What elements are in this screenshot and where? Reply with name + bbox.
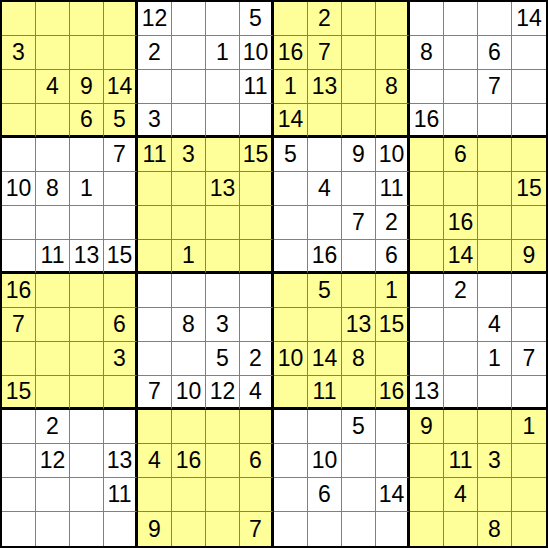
- cell-r6c6[interactable]: [172, 172, 206, 206]
- cell-r15c2[interactable]: [36, 478, 70, 512]
- cell-r14c3[interactable]: [70, 444, 104, 478]
- cell-r13c11[interactable]: 5: [342, 410, 376, 444]
- cell-r2c2[interactable]: [36, 36, 70, 70]
- cell-r6c15[interactable]: [478, 172, 512, 206]
- cell-r16c7[interactable]: [206, 512, 240, 546]
- cell-r1c11[interactable]: [342, 2, 376, 36]
- cell-r13c9[interactable]: [274, 410, 308, 444]
- cell-r6c4[interactable]: [104, 172, 138, 206]
- cell-r13c6[interactable]: [172, 410, 206, 444]
- cell-r1c1[interactable]: [2, 2, 36, 36]
- cell-r5c1[interactable]: [2, 138, 36, 172]
- cell-r3c12[interactable]: 8: [376, 70, 410, 104]
- cell-r15c11[interactable]: [342, 478, 376, 512]
- cell-r8c3[interactable]: 13: [70, 240, 104, 274]
- cell-r12c5[interactable]: 7: [138, 376, 172, 410]
- cell-r16c12[interactable]: [376, 512, 410, 546]
- cell-r12c2[interactable]: [36, 376, 70, 410]
- cell-r11c1[interactable]: [2, 342, 36, 376]
- cell-r3c9[interactable]: 1: [274, 70, 308, 104]
- cell-r4c2[interactable]: [36, 104, 70, 138]
- cell-r1c15[interactable]: [478, 2, 512, 36]
- cell-r6c2[interactable]: 8: [36, 172, 70, 206]
- cell-r13c3[interactable]: [70, 410, 104, 444]
- cell-r3c5[interactable]: [138, 70, 172, 104]
- cell-r8c8[interactable]: [240, 240, 274, 274]
- cell-r5c3[interactable]: [70, 138, 104, 172]
- cell-r11c10[interactable]: 14: [308, 342, 342, 376]
- cell-r5c7[interactable]: [206, 138, 240, 172]
- cell-r13c12[interactable]: [376, 410, 410, 444]
- cell-r14c8[interactable]: 6: [240, 444, 274, 478]
- cell-r5c11[interactable]: 9: [342, 138, 376, 172]
- cell-r16c1[interactable]: [2, 512, 36, 546]
- cell-r15c16[interactable]: [512, 478, 546, 512]
- cell-r16c11[interactable]: [342, 512, 376, 546]
- cell-r8c2[interactable]: 11: [36, 240, 70, 274]
- cell-r1c5[interactable]: 12: [138, 2, 172, 36]
- cell-r14c14[interactable]: 11: [444, 444, 478, 478]
- cell-r7c3[interactable]: [70, 206, 104, 240]
- cell-r3c15[interactable]: 7: [478, 70, 512, 104]
- cell-r16c2[interactable]: [36, 512, 70, 546]
- cell-r3c4[interactable]: 14: [104, 70, 138, 104]
- cell-r1c10[interactable]: 2: [308, 2, 342, 36]
- cell-r7c11[interactable]: 7: [342, 206, 376, 240]
- cell-r14c5[interactable]: 4: [138, 444, 172, 478]
- cell-r6c11[interactable]: [342, 172, 376, 206]
- cell-r11c12[interactable]: [376, 342, 410, 376]
- cell-r13c5[interactable]: [138, 410, 172, 444]
- cell-r3c11[interactable]: [342, 70, 376, 104]
- cell-r4c6[interactable]: [172, 104, 206, 138]
- cell-r8c10[interactable]: 16: [308, 240, 342, 274]
- cell-r6c10[interactable]: 4: [308, 172, 342, 206]
- cell-r16c8[interactable]: 7: [240, 512, 274, 546]
- cell-r12c4[interactable]: [104, 376, 138, 410]
- cell-r12c14[interactable]: [444, 376, 478, 410]
- cell-r13c14[interactable]: [444, 410, 478, 444]
- cell-r8c12[interactable]: 6: [376, 240, 410, 274]
- cell-r14c15[interactable]: 3: [478, 444, 512, 478]
- cell-r2c6[interactable]: [172, 36, 206, 70]
- cell-r10c4[interactable]: 6: [104, 308, 138, 342]
- cell-r1c14[interactable]: [444, 2, 478, 36]
- cell-r9c13[interactable]: [410, 274, 444, 308]
- cell-r9c8[interactable]: [240, 274, 274, 308]
- cell-r7c6[interactable]: [172, 206, 206, 240]
- cell-r10c3[interactable]: [70, 308, 104, 342]
- cell-r15c5[interactable]: [138, 478, 172, 512]
- cell-r13c2[interactable]: 2: [36, 410, 70, 444]
- cell-r2c13[interactable]: 8: [410, 36, 444, 70]
- cell-r6c7[interactable]: 13: [206, 172, 240, 206]
- cell-r8c14[interactable]: 14: [444, 240, 478, 274]
- cell-r14c12[interactable]: [376, 444, 410, 478]
- cell-r13c7[interactable]: [206, 410, 240, 444]
- cell-r12c6[interactable]: 10: [172, 376, 206, 410]
- cell-r4c10[interactable]: [308, 104, 342, 138]
- cell-r4c7[interactable]: [206, 104, 240, 138]
- cell-r4c9[interactable]: 14: [274, 104, 308, 138]
- cell-r16c10[interactable]: [308, 512, 342, 546]
- cell-r7c16[interactable]: [512, 206, 546, 240]
- cell-r5c9[interactable]: 5: [274, 138, 308, 172]
- cell-r9c3[interactable]: [70, 274, 104, 308]
- cell-r9c12[interactable]: 1: [376, 274, 410, 308]
- cell-r16c9[interactable]: [274, 512, 308, 546]
- cell-r6c16[interactable]: 15: [512, 172, 546, 206]
- cell-r11c16[interactable]: 7: [512, 342, 546, 376]
- cell-r5c4[interactable]: 7: [104, 138, 138, 172]
- cell-r1c2[interactable]: [36, 2, 70, 36]
- cell-r16c6[interactable]: [172, 512, 206, 546]
- cell-r11c2[interactable]: [36, 342, 70, 376]
- cell-r5c12[interactable]: 10: [376, 138, 410, 172]
- cell-r10c14[interactable]: [444, 308, 478, 342]
- cell-r9c1[interactable]: 16: [2, 274, 36, 308]
- cell-r15c3[interactable]: [70, 478, 104, 512]
- cell-r9c6[interactable]: [172, 274, 206, 308]
- cell-r9c2[interactable]: [36, 274, 70, 308]
- cell-r4c11[interactable]: [342, 104, 376, 138]
- cell-r13c16[interactable]: 1: [512, 410, 546, 444]
- cell-r2c3[interactable]: [70, 36, 104, 70]
- cell-r4c8[interactable]: [240, 104, 274, 138]
- cell-r12c8[interactable]: 4: [240, 376, 274, 410]
- cell-r8c11[interactable]: [342, 240, 376, 274]
- cell-r10c11[interactable]: 13: [342, 308, 376, 342]
- cell-r14c13[interactable]: [410, 444, 444, 478]
- cell-r10c16[interactable]: [512, 308, 546, 342]
- cell-r5c14[interactable]: 6: [444, 138, 478, 172]
- cell-r15c7[interactable]: [206, 478, 240, 512]
- cell-r6c9[interactable]: [274, 172, 308, 206]
- cell-r10c7[interactable]: 3: [206, 308, 240, 342]
- cell-r15c12[interactable]: 14: [376, 478, 410, 512]
- cell-r10c6[interactable]: 8: [172, 308, 206, 342]
- cell-r7c4[interactable]: [104, 206, 138, 240]
- cell-r7c1[interactable]: [2, 206, 36, 240]
- cell-r3c10[interactable]: 13: [308, 70, 342, 104]
- cell-r2c1[interactable]: 3: [2, 36, 36, 70]
- cell-r15c9[interactable]: [274, 478, 308, 512]
- cell-r8c5[interactable]: [138, 240, 172, 274]
- cell-r3c2[interactable]: 4: [36, 70, 70, 104]
- cell-r5c16[interactable]: [512, 138, 546, 172]
- cell-r4c12[interactable]: [376, 104, 410, 138]
- cell-r10c10[interactable]: [308, 308, 342, 342]
- cell-r11c9[interactable]: 10: [274, 342, 308, 376]
- cell-r4c4[interactable]: 5: [104, 104, 138, 138]
- cell-r13c1[interactable]: [2, 410, 36, 444]
- cell-r12c7[interactable]: 12: [206, 376, 240, 410]
- cell-r11c14[interactable]: [444, 342, 478, 376]
- cell-r7c14[interactable]: 16: [444, 206, 478, 240]
- cell-r12c13[interactable]: 13: [410, 376, 444, 410]
- cell-r3c8[interactable]: 11: [240, 70, 274, 104]
- cell-r12c12[interactable]: 16: [376, 376, 410, 410]
- cell-r1c7[interactable]: [206, 2, 240, 36]
- cell-r14c7[interactable]: [206, 444, 240, 478]
- cell-r9c16[interactable]: [512, 274, 546, 308]
- cell-r15c6[interactable]: [172, 478, 206, 512]
- cell-r6c8[interactable]: [240, 172, 274, 206]
- cell-r3c6[interactable]: [172, 70, 206, 104]
- cell-r9c5[interactable]: [138, 274, 172, 308]
- cell-r14c2[interactable]: 12: [36, 444, 70, 478]
- cell-r11c15[interactable]: 1: [478, 342, 512, 376]
- cell-r16c3[interactable]: [70, 512, 104, 546]
- cell-r16c14[interactable]: [444, 512, 478, 546]
- cell-r2c5[interactable]: 2: [138, 36, 172, 70]
- cell-r5c10[interactable]: [308, 138, 342, 172]
- cell-r2c8[interactable]: 10: [240, 36, 274, 70]
- cell-r2c16[interactable]: [512, 36, 546, 70]
- cell-r15c14[interactable]: 4: [444, 478, 478, 512]
- cell-r15c8[interactable]: [240, 478, 274, 512]
- cell-r2c7[interactable]: 1: [206, 36, 240, 70]
- cell-r3c14[interactable]: [444, 70, 478, 104]
- cell-r4c13[interactable]: 16: [410, 104, 444, 138]
- cell-r3c13[interactable]: [410, 70, 444, 104]
- cell-r16c16[interactable]: [512, 512, 546, 546]
- cell-r16c13[interactable]: [410, 512, 444, 546]
- cell-r8c4[interactable]: 15: [104, 240, 138, 274]
- cell-r1c13[interactable]: [410, 2, 444, 36]
- cell-r6c12[interactable]: 11: [376, 172, 410, 206]
- cell-r1c8[interactable]: 5: [240, 2, 274, 36]
- cell-r4c16[interactable]: [512, 104, 546, 138]
- cell-r10c12[interactable]: 15: [376, 308, 410, 342]
- sudoku-board: 1252143211016786491411113876531416711315…: [0, 0, 548, 548]
- cell-r4c5[interactable]: 3: [138, 104, 172, 138]
- cell-r7c13[interactable]: [410, 206, 444, 240]
- cell-r1c3[interactable]: [70, 2, 104, 36]
- cell-r2c9[interactable]: 16: [274, 36, 308, 70]
- cell-r12c16[interactable]: [512, 376, 546, 410]
- cell-r8c6[interactable]: 1: [172, 240, 206, 274]
- cell-r5c15[interactable]: [478, 138, 512, 172]
- cell-r10c15[interactable]: 4: [478, 308, 512, 342]
- cell-r9c9[interactable]: [274, 274, 308, 308]
- cell-r6c13[interactable]: [410, 172, 444, 206]
- cell-r6c5[interactable]: [138, 172, 172, 206]
- cell-r8c13[interactable]: [410, 240, 444, 274]
- cell-r5c13[interactable]: [410, 138, 444, 172]
- cell-r16c15[interactable]: 8: [478, 512, 512, 546]
- cell-r11c4[interactable]: 3: [104, 342, 138, 376]
- cell-r12c1[interactable]: 15: [2, 376, 36, 410]
- cell-r14c6[interactable]: 16: [172, 444, 206, 478]
- cell-r12c11[interactable]: [342, 376, 376, 410]
- cell-r1c4[interactable]: [104, 2, 138, 36]
- cell-r9c11[interactable]: [342, 274, 376, 308]
- cell-r5c6[interactable]: 3: [172, 138, 206, 172]
- cell-r4c14[interactable]: [444, 104, 478, 138]
- cell-r7c8[interactable]: [240, 206, 274, 240]
- cell-r11c3[interactable]: [70, 342, 104, 376]
- cell-r13c4[interactable]: [104, 410, 138, 444]
- cell-r4c3[interactable]: 6: [70, 104, 104, 138]
- cell-r4c1[interactable]: [2, 104, 36, 138]
- cell-r11c11[interactable]: 8: [342, 342, 376, 376]
- cell-r7c2[interactable]: [36, 206, 70, 240]
- cell-r1c16[interactable]: 14: [512, 2, 546, 36]
- cell-r13c15[interactable]: [478, 410, 512, 444]
- cell-r16c4[interactable]: [104, 512, 138, 546]
- cell-r13c13[interactable]: 9: [410, 410, 444, 444]
- cell-r3c3[interactable]: 9: [70, 70, 104, 104]
- cell-r9c14[interactable]: 2: [444, 274, 478, 308]
- cell-r14c9[interactable]: [274, 444, 308, 478]
- cell-r14c10[interactable]: 10: [308, 444, 342, 478]
- cell-r4c15[interactable]: [478, 104, 512, 138]
- cell-r12c3[interactable]: [70, 376, 104, 410]
- cell-r7c15[interactable]: [478, 206, 512, 240]
- cell-r7c5[interactable]: [138, 206, 172, 240]
- cell-r6c3[interactable]: 1: [70, 172, 104, 206]
- cell-r7c9[interactable]: [274, 206, 308, 240]
- cell-r11c7[interactable]: 5: [206, 342, 240, 376]
- cell-r9c10[interactable]: 5: [308, 274, 342, 308]
- cell-r14c16[interactable]: [512, 444, 546, 478]
- cell-r13c10[interactable]: [308, 410, 342, 444]
- cell-r15c1[interactable]: [2, 478, 36, 512]
- cell-r11c8[interactable]: 2: [240, 342, 274, 376]
- cell-r9c7[interactable]: [206, 274, 240, 308]
- cell-r7c10[interactable]: [308, 206, 342, 240]
- cell-r10c9[interactable]: [274, 308, 308, 342]
- cell-r8c7[interactable]: [206, 240, 240, 274]
- cell-r2c12[interactable]: [376, 36, 410, 70]
- cell-r10c13[interactable]: [410, 308, 444, 342]
- cell-r15c13[interactable]: [410, 478, 444, 512]
- cell-r10c2[interactable]: [36, 308, 70, 342]
- cell-r11c13[interactable]: [410, 342, 444, 376]
- cell-r5c8[interactable]: 15: [240, 138, 274, 172]
- cell-r10c8[interactable]: [240, 308, 274, 342]
- cell-r8c16[interactable]: 9: [512, 240, 546, 274]
- cell-r2c11[interactable]: [342, 36, 376, 70]
- cell-r12c15[interactable]: [478, 376, 512, 410]
- cell-r1c6[interactable]: [172, 2, 206, 36]
- cell-r2c15[interactable]: 6: [478, 36, 512, 70]
- cell-r1c9[interactable]: [274, 2, 308, 36]
- cell-r11c6[interactable]: [172, 342, 206, 376]
- cell-r2c10[interactable]: 7: [308, 36, 342, 70]
- cell-r6c1[interactable]: 10: [2, 172, 36, 206]
- cell-r8c15[interactable]: [478, 240, 512, 274]
- cell-r5c5[interactable]: 11: [138, 138, 172, 172]
- cell-r14c1[interactable]: [2, 444, 36, 478]
- cell-r2c4[interactable]: [104, 36, 138, 70]
- cell-r8c9[interactable]: [274, 240, 308, 274]
- cell-r11c5[interactable]: [138, 342, 172, 376]
- cell-r6c14[interactable]: [444, 172, 478, 206]
- cell-r1c12[interactable]: [376, 2, 410, 36]
- cell-r9c15[interactable]: [478, 274, 512, 308]
- cell-r10c5[interactable]: [138, 308, 172, 342]
- cell-r14c11[interactable]: [342, 444, 376, 478]
- cell-r8c1[interactable]: [2, 240, 36, 274]
- cell-r13c8[interactable]: [240, 410, 274, 444]
- cell-r15c10[interactable]: 6: [308, 478, 342, 512]
- cell-r7c12[interactable]: 2: [376, 206, 410, 240]
- cell-r9c4[interactable]: [104, 274, 138, 308]
- cell-r14c4[interactable]: 13: [104, 444, 138, 478]
- cell-r3c16[interactable]: [512, 70, 546, 104]
- cell-r10c1[interactable]: 7: [2, 308, 36, 342]
- cell-r3c1[interactable]: [2, 70, 36, 104]
- cell-r12c9[interactable]: [274, 376, 308, 410]
- cell-r12c10[interactable]: 11: [308, 376, 342, 410]
- cell-r16c5[interactable]: 9: [138, 512, 172, 546]
- cell-r15c4[interactable]: 11: [104, 478, 138, 512]
- cell-r7c7[interactable]: [206, 206, 240, 240]
- cell-r15c15[interactable]: [478, 478, 512, 512]
- cell-r2c14[interactable]: [444, 36, 478, 70]
- cell-r5c2[interactable]: [36, 138, 70, 172]
- cell-r3c7[interactable]: [206, 70, 240, 104]
